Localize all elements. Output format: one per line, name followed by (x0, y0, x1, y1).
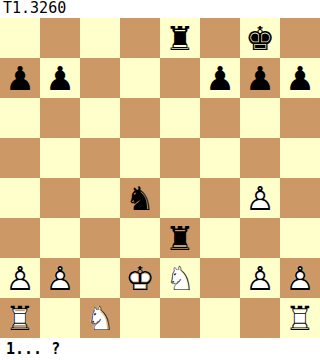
piece-white-pawn: ♟♙ (280, 258, 320, 298)
piece-black-knight: ♞ (120, 178, 160, 218)
piece-black-rook: ♜ (160, 218, 200, 258)
puzzle-header: T1.3260 (0, 0, 320, 18)
piece-white-knight: ♞♘ (80, 298, 120, 338)
square-e6[interactable] (160, 98, 200, 138)
square-d1[interactable] (120, 298, 160, 338)
square-g8[interactable]: ♚ (240, 18, 280, 58)
piece-white-king: ♚♔ (120, 258, 160, 298)
white-piece-outline: ♙ (45, 262, 75, 295)
square-g7[interactable]: ♟ (240, 58, 280, 98)
square-g1[interactable] (240, 298, 280, 338)
square-f5[interactable] (200, 138, 240, 178)
square-c1[interactable]: ♞♘ (80, 298, 120, 338)
white-piece-outline: ♖ (5, 302, 35, 335)
square-b2[interactable]: ♟♙ (40, 258, 80, 298)
square-a3[interactable] (0, 218, 40, 258)
square-b6[interactable] (40, 98, 80, 138)
square-c4[interactable] (80, 178, 120, 218)
piece-black-rook: ♜ (160, 18, 200, 58)
square-a8[interactable] (0, 18, 40, 58)
white-piece-outline: ♙ (5, 262, 35, 295)
square-f8[interactable] (200, 18, 240, 58)
square-f1[interactable] (200, 298, 240, 338)
square-b1[interactable] (40, 298, 80, 338)
square-b3[interactable] (40, 218, 80, 258)
square-a5[interactable] (0, 138, 40, 178)
piece-white-rook: ♜♖ (280, 298, 320, 338)
square-a1[interactable]: ♜♖ (0, 298, 40, 338)
square-e4[interactable] (160, 178, 200, 218)
chess-board: ♜♚♟♟♟♟♟♞♟♙♜♟♙♟♙♚♔♞♘♟♙♟♙♜♖♞♘♜♖ (0, 18, 320, 338)
square-d5[interactable] (120, 138, 160, 178)
square-d3[interactable] (120, 218, 160, 258)
square-a4[interactable] (0, 178, 40, 218)
square-h1[interactable]: ♜♖ (280, 298, 320, 338)
square-c7[interactable] (80, 58, 120, 98)
piece-black-pawn: ♟ (240, 58, 280, 98)
piece-black-pawn: ♟ (200, 58, 240, 98)
square-g6[interactable] (240, 98, 280, 138)
square-g2[interactable]: ♟♙ (240, 258, 280, 298)
square-g3[interactable] (240, 218, 280, 258)
square-c8[interactable] (80, 18, 120, 58)
square-d4[interactable]: ♞ (120, 178, 160, 218)
square-g4[interactable]: ♟♙ (240, 178, 280, 218)
square-f2[interactable] (200, 258, 240, 298)
square-e8[interactable]: ♜ (160, 18, 200, 58)
square-a7[interactable]: ♟ (0, 58, 40, 98)
piece-white-rook: ♜♖ (0, 298, 40, 338)
square-b8[interactable] (40, 18, 80, 58)
white-piece-outline: ♙ (285, 262, 315, 295)
piece-black-pawn: ♟ (40, 58, 80, 98)
square-e3[interactable]: ♜ (160, 218, 200, 258)
square-h3[interactable] (280, 218, 320, 258)
square-g5[interactable] (240, 138, 280, 178)
square-c5[interactable] (80, 138, 120, 178)
square-d2[interactable]: ♚♔ (120, 258, 160, 298)
square-h8[interactable] (280, 18, 320, 58)
square-h7[interactable]: ♟ (280, 58, 320, 98)
square-f4[interactable] (200, 178, 240, 218)
white-piece-outline: ♙ (245, 262, 275, 295)
square-b7[interactable]: ♟ (40, 58, 80, 98)
square-e1[interactable] (160, 298, 200, 338)
square-h5[interactable] (280, 138, 320, 178)
piece-black-king: ♚ (240, 18, 280, 58)
square-h4[interactable] (280, 178, 320, 218)
piece-white-pawn: ♟♙ (240, 258, 280, 298)
piece-black-pawn: ♟ (0, 58, 40, 98)
square-c2[interactable] (80, 258, 120, 298)
square-f6[interactable] (200, 98, 240, 138)
square-d8[interactable] (120, 18, 160, 58)
piece-white-pawn: ♟♙ (0, 258, 40, 298)
square-h6[interactable] (280, 98, 320, 138)
puzzle-id-label: T1.3260 (3, 0, 66, 17)
white-piece-outline: ♔ (125, 262, 155, 295)
white-piece-outline: ♖ (285, 302, 315, 335)
white-piece-outline: ♘ (85, 302, 115, 335)
square-e5[interactable] (160, 138, 200, 178)
white-piece-outline: ♙ (245, 182, 275, 215)
piece-white-knight: ♞♘ (160, 258, 200, 298)
piece-white-pawn: ♟♙ (40, 258, 80, 298)
square-d6[interactable] (120, 98, 160, 138)
piece-black-pawn: ♟ (280, 58, 320, 98)
square-e7[interactable] (160, 58, 200, 98)
piece-white-pawn: ♟♙ (240, 178, 280, 218)
move-prompt-label: 1... ? (6, 340, 60, 358)
square-a6[interactable] (0, 98, 40, 138)
square-f7[interactable]: ♟ (200, 58, 240, 98)
square-c3[interactable] (80, 218, 120, 258)
chess-puzzle-window: T1.3260 ♜♚♟♟♟♟♟♞♟♙♜♟♙♟♙♚♔♞♘♟♙♟♙♜♖♞♘♜♖ 1.… (0, 0, 320, 360)
square-d7[interactable] (120, 58, 160, 98)
square-e2[interactable]: ♞♘ (160, 258, 200, 298)
square-a2[interactable]: ♟♙ (0, 258, 40, 298)
move-prompt-bar: 1... ? (0, 338, 320, 360)
white-piece-outline: ♘ (165, 262, 195, 295)
square-c6[interactable] (80, 98, 120, 138)
square-f3[interactable] (200, 218, 240, 258)
square-h2[interactable]: ♟♙ (280, 258, 320, 298)
square-b5[interactable] (40, 138, 80, 178)
square-b4[interactable] (40, 178, 80, 218)
